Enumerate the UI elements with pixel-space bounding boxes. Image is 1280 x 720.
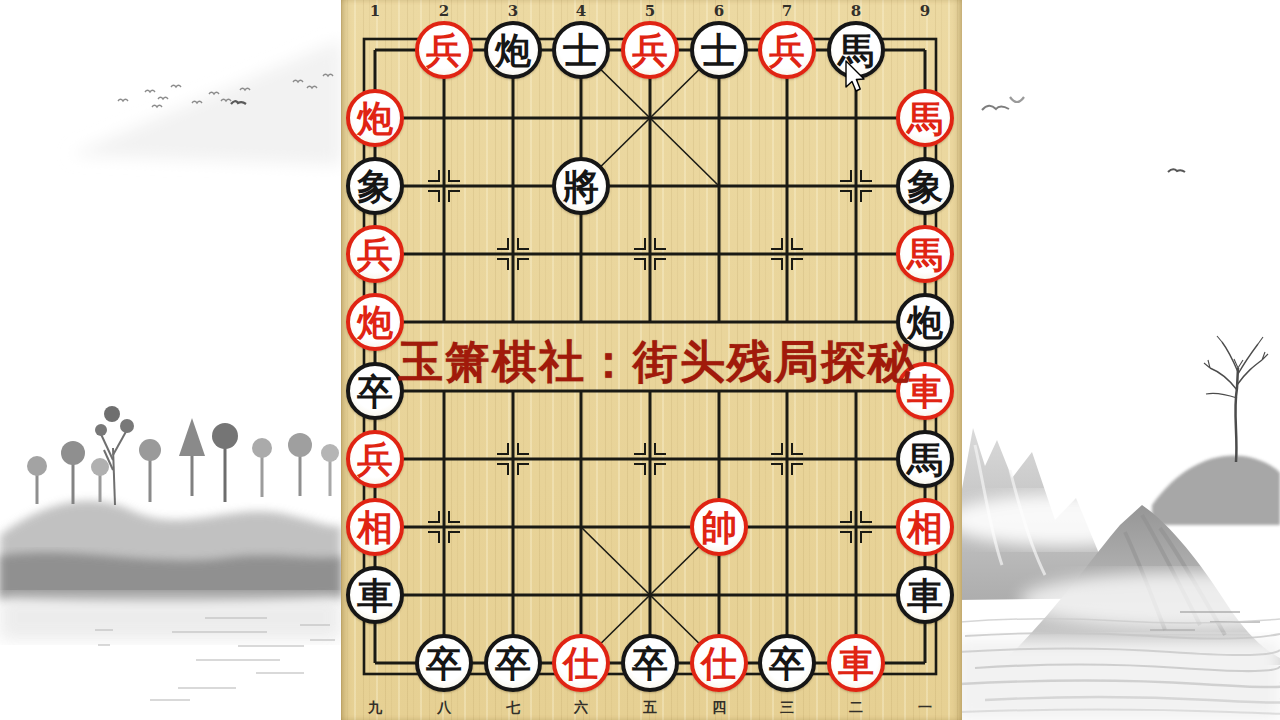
file-number-label: 9 xyxy=(920,4,930,19)
xiangqi-piece-black[interactable]: 卒 xyxy=(484,634,542,692)
xiangqi-piece-red[interactable]: 仕 xyxy=(690,634,748,692)
xiangqi-piece-red[interactable]: 兵 xyxy=(415,21,473,79)
xiangqi-piece-red[interactable]: 馬 xyxy=(896,225,954,283)
xiangqi-piece-red[interactable]: 炮 xyxy=(346,89,404,147)
xiangqi-piece-red[interactable]: 仕 xyxy=(552,634,610,692)
file-number-label: 3 xyxy=(508,4,518,19)
xiangqi-piece-black[interactable]: 卒 xyxy=(621,634,679,692)
file-number-label: 1 xyxy=(370,4,380,19)
xiangqi-piece-red[interactable]: 兵 xyxy=(758,21,816,79)
xiangqi-piece-black[interactable]: 車 xyxy=(896,566,954,624)
xiangqi-piece-black[interactable]: 馬 xyxy=(896,430,954,488)
file-number-label: 4 xyxy=(576,4,586,19)
birds-right-icon xyxy=(982,97,1185,172)
file-number-label: 7 xyxy=(782,4,792,19)
xiangqi-piece-black[interactable]: 卒 xyxy=(346,362,404,420)
mist-slope xyxy=(70,40,341,165)
xiangqi-piece-black[interactable]: 將 xyxy=(552,157,610,215)
file-numeral-label: 二 xyxy=(849,700,863,714)
file-numeral-label: 六 xyxy=(574,700,588,714)
xiangqi-piece-black[interactable]: 炮 xyxy=(484,21,542,79)
xiangqi-piece-black[interactable]: 卒 xyxy=(415,634,473,692)
xiangqi-piece-red[interactable]: 相 xyxy=(346,498,404,556)
lone-tree-icon xyxy=(1204,336,1268,462)
xiangqi-piece-black[interactable]: 卒 xyxy=(758,634,816,692)
file-number-label: 2 xyxy=(439,4,449,19)
file-numeral-label: 七 xyxy=(506,700,520,714)
xiangqi-piece-black[interactable]: 士 xyxy=(552,21,610,79)
file-number-label: 6 xyxy=(714,4,724,19)
file-numeral-label: 四 xyxy=(712,700,726,714)
xiangqi-piece-red[interactable]: 馬 xyxy=(896,89,954,147)
xiangqi-piece-black[interactable]: 士 xyxy=(690,21,748,79)
xiangqi-piece-black[interactable]: 象 xyxy=(346,157,404,215)
xiangqi-piece-black[interactable]: 車 xyxy=(346,566,404,624)
xiangqi-piece-red[interactable]: 相 xyxy=(896,498,954,556)
file-numeral-label: 九 xyxy=(368,700,382,714)
xiangqi-piece-red[interactable]: 帥 xyxy=(690,498,748,556)
mouse-cursor-icon xyxy=(843,60,869,94)
xiangqi-piece-red[interactable]: 炮 xyxy=(346,293,404,351)
file-number-label: 5 xyxy=(645,4,655,19)
file-numeral-label: 五 xyxy=(643,700,657,714)
xiangqi-piece-red[interactable]: 兵 xyxy=(346,430,404,488)
rounded-hill xyxy=(1152,455,1280,525)
file-numeral-label: 三 xyxy=(780,700,794,714)
channel-caption: 玉箫棋社：街头残局探秘 xyxy=(398,332,915,392)
xiangqi-piece-black[interactable]: 象 xyxy=(896,157,954,215)
xiangqi-piece-red[interactable]: 兵 xyxy=(621,21,679,79)
file-numeral-label: 八 xyxy=(437,700,451,714)
file-numeral-label: 一 xyxy=(918,700,932,714)
file-number-label: 8 xyxy=(851,4,861,19)
xiangqi-piece-red[interactable]: 車 xyxy=(827,634,885,692)
xiangqi-piece-red[interactable]: 兵 xyxy=(346,225,404,283)
ink-trees-icon xyxy=(27,406,339,505)
